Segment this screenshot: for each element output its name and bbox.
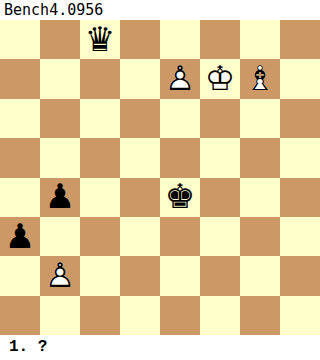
piece-glyph: ♛ [80,20,120,59]
window-title: Bench4.0956 [4,0,103,20]
square-g3[interactable] [240,217,280,256]
white-pawn[interactable]: ♟♙ [40,256,80,295]
square-d1[interactable] [120,296,160,335]
square-b5[interactable] [40,138,80,177]
black-pawn[interactable]: ♟ [40,178,80,217]
square-b3[interactable] [40,217,80,256]
square-h4[interactable] [280,178,320,217]
square-h1[interactable] [280,296,320,335]
square-c2[interactable] [80,256,120,295]
square-a8[interactable] [0,20,40,59]
square-b7[interactable] [40,59,80,98]
square-a1[interactable] [0,296,40,335]
square-e1[interactable] [160,296,200,335]
square-d5[interactable] [120,138,160,177]
square-g1[interactable] [240,296,280,335]
square-d7[interactable] [120,59,160,98]
square-a7[interactable] [0,59,40,98]
piece-outline-layer: ♗ [240,59,280,98]
black-pawn[interactable]: ♟ [0,217,40,256]
square-e2[interactable] [160,256,200,295]
square-e6[interactable] [160,99,200,138]
square-e7[interactable]: ♟♙ [160,59,200,98]
square-b8[interactable] [40,20,80,59]
square-d8[interactable] [120,20,160,59]
square-a3[interactable]: ♟ [0,217,40,256]
square-h3[interactable] [280,217,320,256]
square-a5[interactable] [0,138,40,177]
square-g8[interactable] [240,20,280,59]
square-c6[interactable] [80,99,120,138]
square-g5[interactable] [240,138,280,177]
square-c1[interactable] [80,296,120,335]
square-f3[interactable] [200,217,240,256]
square-g6[interactable] [240,99,280,138]
black-queen[interactable]: ♛ [80,20,120,59]
square-c4[interactable] [80,178,120,217]
chess-app-window: Bench4.0956 ♛♟♙♚♔♝♗♟♚♟♟♙ 1. ? [0,0,320,360]
black-king[interactable]: ♚ [160,178,200,217]
piece-outline-layer: ♔ [200,59,240,98]
square-e4[interactable]: ♚ [160,178,200,217]
square-a4[interactable] [0,178,40,217]
square-f5[interactable] [200,138,240,177]
square-b6[interactable] [40,99,80,138]
white-king[interactable]: ♚♔ [200,59,240,98]
square-a6[interactable] [0,99,40,138]
square-e3[interactable] [160,217,200,256]
piece-outline-layer: ♙ [40,256,80,295]
square-f6[interactable] [200,99,240,138]
piece-glyph: ♟ [0,217,40,256]
square-d4[interactable] [120,178,160,217]
square-e8[interactable] [160,20,200,59]
chess-board: ♛♟♙♚♔♝♗♟♚♟♟♙ [0,20,320,335]
statusbar: 1. ? [0,335,320,360]
titlebar: Bench4.0956 [0,0,320,20]
square-h2[interactable] [280,256,320,295]
square-f2[interactable] [200,256,240,295]
square-c5[interactable] [80,138,120,177]
piece-glyph: ♟ [40,178,80,217]
square-c8[interactable]: ♛ [80,20,120,59]
square-b2[interactable]: ♟♙ [40,256,80,295]
square-h7[interactable] [280,59,320,98]
square-h8[interactable] [280,20,320,59]
square-b1[interactable] [40,296,80,335]
square-g4[interactable] [240,178,280,217]
square-d2[interactable] [120,256,160,295]
square-f1[interactable] [200,296,240,335]
square-h5[interactable] [280,138,320,177]
piece-glyph: ♚ [160,178,200,217]
white-pawn[interactable]: ♟♙ [160,59,200,98]
square-g7[interactable]: ♝♗ [240,59,280,98]
square-h6[interactable] [280,99,320,138]
square-a2[interactable] [0,256,40,295]
square-b4[interactable]: ♟ [40,178,80,217]
move-prompt: 1. ? [9,335,47,360]
square-d6[interactable] [120,99,160,138]
square-e5[interactable] [160,138,200,177]
piece-outline-layer: ♙ [160,59,200,98]
square-f4[interactable] [200,178,240,217]
square-c3[interactable] [80,217,120,256]
square-f7[interactable]: ♚♔ [200,59,240,98]
square-c7[interactable] [80,59,120,98]
square-d3[interactable] [120,217,160,256]
square-g2[interactable] [240,256,280,295]
square-f8[interactable] [200,20,240,59]
white-bishop[interactable]: ♝♗ [240,59,280,98]
